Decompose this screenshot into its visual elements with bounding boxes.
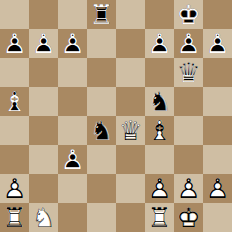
piece-glyph-outline: ♗: [145, 116, 174, 145]
chess-board-grid: ♜♖♚♔♟♙♟♙♟♙♟♙♟♙♟♙♛♕♝♗♞♘♞♘♛♕♝♗♟♙♟♙♟♙♟♙♟♙♜♖…: [0, 0, 232, 232]
piece-white-bishop[interactable]: ♝♗: [145, 116, 174, 145]
square-e8[interactable]: [116, 0, 145, 29]
square-c2[interactable]: [58, 174, 87, 203]
square-b2[interactable]: [29, 174, 58, 203]
square-d3[interactable]: [87, 145, 116, 174]
square-h4[interactable]: [203, 116, 232, 145]
piece-white-rook[interactable]: ♜♖: [145, 203, 174, 232]
square-h7[interactable]: ♟♙: [203, 29, 232, 58]
square-f6[interactable]: [145, 58, 174, 87]
square-g3[interactable]: [174, 145, 203, 174]
square-g8[interactable]: ♚♔: [174, 0, 203, 29]
square-b5[interactable]: [29, 87, 58, 116]
square-d5[interactable]: [87, 87, 116, 116]
piece-black-pawn[interactable]: ♟♙: [58, 29, 87, 58]
piece-black-pawn[interactable]: ♟♙: [29, 29, 58, 58]
square-a4[interactable]: [0, 116, 29, 145]
piece-white-king[interactable]: ♚♔: [174, 203, 203, 232]
square-f7[interactable]: ♟♙: [145, 29, 174, 58]
square-f4[interactable]: ♝♗: [145, 116, 174, 145]
square-b7[interactable]: ♟♙: [29, 29, 58, 58]
square-g7[interactable]: ♟♙: [174, 29, 203, 58]
piece-glyph-outline: ♙: [174, 29, 203, 58]
piece-glyph-outline: ♘: [29, 203, 58, 232]
piece-white-pawn[interactable]: ♟♙: [145, 174, 174, 203]
square-d6[interactable]: [87, 58, 116, 87]
piece-white-pawn[interactable]: ♟♙: [174, 174, 203, 203]
square-e2[interactable]: [116, 174, 145, 203]
square-e5[interactable]: [116, 87, 145, 116]
piece-glyph-outline: ♔: [174, 203, 203, 232]
square-f8[interactable]: [145, 0, 174, 29]
square-h2[interactable]: ♟♙: [203, 174, 232, 203]
piece-glyph-outline: ♙: [58, 145, 87, 174]
piece-white-queen[interactable]: ♛♕: [116, 116, 145, 145]
square-e4[interactable]: ♛♕: [116, 116, 145, 145]
piece-glyph-outline: ♙: [29, 29, 58, 58]
square-c3[interactable]: ♟♙: [58, 145, 87, 174]
piece-black-pawn[interactable]: ♟♙: [174, 29, 203, 58]
piece-glyph-outline: ♖: [87, 0, 116, 29]
piece-white-rook[interactable]: ♜♖: [0, 203, 29, 232]
piece-glyph-outline: ♔: [174, 0, 203, 29]
square-h1[interactable]: [203, 203, 232, 232]
piece-glyph-outline: ♙: [145, 29, 174, 58]
piece-white-pawn[interactable]: ♟♙: [0, 174, 29, 203]
piece-glyph-outline: ♕: [116, 116, 145, 145]
piece-glyph-outline: ♙: [203, 174, 232, 203]
square-b3[interactable]: [29, 145, 58, 174]
square-a7[interactable]: ♟♙: [0, 29, 29, 58]
piece-glyph-outline: ♙: [0, 174, 29, 203]
piece-black-king[interactable]: ♚♔: [174, 0, 203, 29]
square-b6[interactable]: [29, 58, 58, 87]
square-c5[interactable]: [58, 87, 87, 116]
piece-glyph-outline: ♖: [145, 203, 174, 232]
square-h8[interactable]: [203, 0, 232, 29]
square-f5[interactable]: ♞♘: [145, 87, 174, 116]
piece-black-pawn[interactable]: ♟♙: [145, 29, 174, 58]
piece-glyph-outline: ♖: [0, 203, 29, 232]
piece-black-pawn[interactable]: ♟♙: [0, 29, 29, 58]
square-a8[interactable]: [0, 0, 29, 29]
piece-white-knight[interactable]: ♞♘: [29, 203, 58, 232]
square-c4[interactable]: [58, 116, 87, 145]
piece-black-queen[interactable]: ♛♕: [174, 58, 203, 87]
square-c1[interactable]: [58, 203, 87, 232]
square-b1[interactable]: ♞♘: [29, 203, 58, 232]
square-a6[interactable]: [0, 58, 29, 87]
square-a1[interactable]: ♜♖: [0, 203, 29, 232]
square-f3[interactable]: [145, 145, 174, 174]
square-a3[interactable]: [0, 145, 29, 174]
piece-black-bishop[interactable]: ♝♗: [0, 87, 29, 116]
square-a2[interactable]: ♟♙: [0, 174, 29, 203]
piece-glyph-outline: ♙: [203, 29, 232, 58]
square-g5[interactable]: [174, 87, 203, 116]
square-g4[interactable]: [174, 116, 203, 145]
piece-white-pawn[interactable]: ♟♙: [203, 174, 232, 203]
square-d8[interactable]: ♜♖: [87, 0, 116, 29]
piece-glyph-outline: ♙: [145, 174, 174, 203]
piece-black-pawn[interactable]: ♟♙: [203, 29, 232, 58]
square-c8[interactable]: [58, 0, 87, 29]
piece-black-rook[interactable]: ♜♖: [87, 0, 116, 29]
square-e3[interactable]: [116, 145, 145, 174]
piece-black-pawn[interactable]: ♟♙: [58, 145, 87, 174]
square-b4[interactable]: [29, 116, 58, 145]
square-c7[interactable]: ♟♙: [58, 29, 87, 58]
square-f1[interactable]: ♜♖: [145, 203, 174, 232]
square-d4[interactable]: ♞♘: [87, 116, 116, 145]
piece-glyph-outline: ♘: [87, 116, 116, 145]
square-g1[interactable]: ♚♔: [174, 203, 203, 232]
piece-glyph-outline: ♘: [145, 87, 174, 116]
square-a5[interactable]: ♝♗: [0, 87, 29, 116]
piece-glyph-outline: ♕: [174, 58, 203, 87]
square-g6[interactable]: ♛♕: [174, 58, 203, 87]
square-d1[interactable]: [87, 203, 116, 232]
square-h3[interactable]: [203, 145, 232, 174]
square-g2[interactable]: ♟♙: [174, 174, 203, 203]
piece-black-knight[interactable]: ♞♘: [87, 116, 116, 145]
piece-glyph-outline: ♙: [58, 29, 87, 58]
square-h6[interactable]: [203, 58, 232, 87]
square-e7[interactable]: [116, 29, 145, 58]
piece-black-knight[interactable]: ♞♘: [145, 87, 174, 116]
square-f2[interactable]: ♟♙: [145, 174, 174, 203]
square-h5[interactable]: [203, 87, 232, 116]
piece-glyph-outline: ♙: [0, 29, 29, 58]
square-c6[interactable]: [58, 58, 87, 87]
square-e1[interactable]: [116, 203, 145, 232]
chess-board: ♜♖♚♔♟♙♟♙♟♙♟♙♟♙♟♙♛♕♝♗♞♘♞♘♛♕♝♗♟♙♟♙♟♙♟♙♟♙♜♖…: [0, 0, 232, 232]
square-e6[interactable]: [116, 58, 145, 87]
square-d7[interactable]: [87, 29, 116, 58]
piece-glyph-outline: ♗: [0, 87, 29, 116]
square-d2[interactable]: [87, 174, 116, 203]
square-b8[interactable]: [29, 0, 58, 29]
piece-glyph-outline: ♙: [174, 174, 203, 203]
